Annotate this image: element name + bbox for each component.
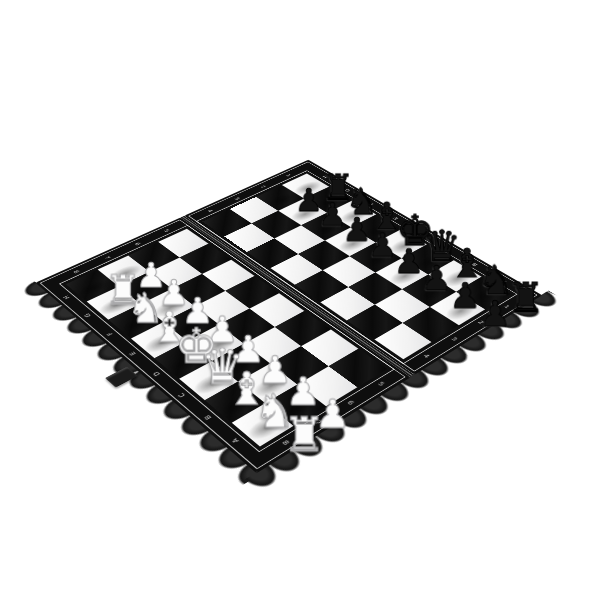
white-rook: ♜ bbox=[268, 410, 340, 458]
black-pawn: ♟ bbox=[464, 296, 527, 332]
chess-board: ♜♟♞♟♝♟♚♟♛♟♝♟♞♟♜♟ HGFEDCBA88776655 ♟♜♟♞♟♝… bbox=[35, 160, 542, 473]
product-photo-chess-set: ♜♟♞♟♝♟♚♟♛♟♝♟♞♟♜♟ HGFEDCBA88776655 ♟♜♟♞♟♝… bbox=[0, 0, 600, 600]
